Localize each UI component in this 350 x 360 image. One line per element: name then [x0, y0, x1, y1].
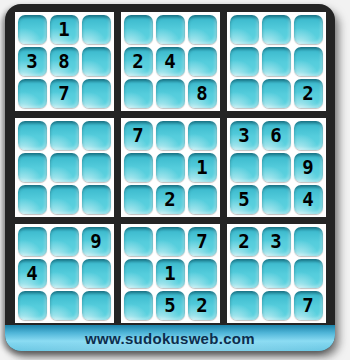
cell-r2c5[interactable]: 4: [156, 47, 185, 76]
sudoku-board: 1387248271236954947152237: [5, 4, 335, 323]
cell-r9c3[interactable]: [82, 291, 111, 320]
cell-r3c9[interactable]: 2: [294, 79, 323, 108]
cell-r6c4[interactable]: [124, 185, 153, 214]
cell-r5c9[interactable]: 9: [294, 153, 323, 182]
cell-r2c4[interactable]: 2: [124, 47, 153, 76]
cell-r1c7[interactable]: [230, 15, 259, 44]
cell-r1c9[interactable]: [294, 15, 323, 44]
cell-r7c5[interactable]: [156, 227, 185, 256]
block-2-2: 712: [121, 118, 220, 217]
cell-r4c2[interactable]: [50, 121, 79, 150]
cell-r9c6[interactable]: 2: [188, 291, 217, 320]
cell-r5c2[interactable]: [50, 153, 79, 182]
cell-r8c7[interactable]: [230, 259, 259, 288]
cell-r3c1[interactable]: [18, 79, 47, 108]
cell-r1c2[interactable]: 1: [50, 15, 79, 44]
cell-r3c8[interactable]: [262, 79, 291, 108]
cell-r8c1[interactable]: 4: [18, 259, 47, 288]
cell-r6c5[interactable]: 2: [156, 185, 185, 214]
cell-r1c3[interactable]: [82, 15, 111, 44]
cell-r7c1[interactable]: [18, 227, 47, 256]
cell-r1c1[interactable]: [18, 15, 47, 44]
cell-r3c3[interactable]: [82, 79, 111, 108]
cell-r5c7[interactable]: [230, 153, 259, 182]
cell-r6c6[interactable]: [188, 185, 217, 214]
cell-r6c7[interactable]: 5: [230, 185, 259, 214]
website-link[interactable]: www.sudokusweb.com: [85, 330, 255, 347]
cell-r2c8[interactable]: [262, 47, 291, 76]
cell-r4c1[interactable]: [18, 121, 47, 150]
cell-r8c3[interactable]: [82, 259, 111, 288]
cell-r8c4[interactable]: [124, 259, 153, 288]
cell-r6c9[interactable]: 4: [294, 185, 323, 214]
cell-r9c8[interactable]: [262, 291, 291, 320]
cell-r8c8[interactable]: [262, 259, 291, 288]
cell-r1c6[interactable]: [188, 15, 217, 44]
cell-r1c8[interactable]: [262, 15, 291, 44]
cell-r2c1[interactable]: 3: [18, 47, 47, 76]
cell-r6c3[interactable]: [82, 185, 111, 214]
cell-r4c7[interactable]: 3: [230, 121, 259, 150]
block-3-3: 237: [227, 224, 326, 323]
cell-r2c7[interactable]: [230, 47, 259, 76]
footer-bar: www.sudokusweb.com: [5, 325, 335, 351]
cell-r2c9[interactable]: [294, 47, 323, 76]
cell-r3c6[interactable]: 8: [188, 79, 217, 108]
cell-r7c4[interactable]: [124, 227, 153, 256]
cell-r8c6[interactable]: [188, 259, 217, 288]
block-1-3: 2: [227, 12, 326, 111]
cell-r4c9[interactable]: [294, 121, 323, 150]
block-2-1: [15, 118, 114, 217]
cell-r4c3[interactable]: [82, 121, 111, 150]
cell-r5c1[interactable]: [18, 153, 47, 182]
cell-r6c2[interactable]: [50, 185, 79, 214]
cell-r8c9[interactable]: [294, 259, 323, 288]
cell-r7c7[interactable]: 2: [230, 227, 259, 256]
cell-r1c4[interactable]: [124, 15, 153, 44]
cell-r7c3[interactable]: 9: [82, 227, 111, 256]
cell-r9c9[interactable]: 7: [294, 291, 323, 320]
cell-r4c5[interactable]: [156, 121, 185, 150]
cell-r7c2[interactable]: [50, 227, 79, 256]
cell-r9c4[interactable]: [124, 291, 153, 320]
cell-r8c2[interactable]: [50, 259, 79, 288]
cell-r2c6[interactable]: [188, 47, 217, 76]
block-3-1: 94: [15, 224, 114, 323]
cell-r7c8[interactable]: 3: [262, 227, 291, 256]
block-3-2: 7152: [121, 224, 220, 323]
cell-r6c1[interactable]: [18, 185, 47, 214]
sudoku-widget: 1387248271236954947152237 www.sudokusweb…: [5, 4, 335, 351]
cell-r9c7[interactable]: [230, 291, 259, 320]
cell-r3c7[interactable]: [230, 79, 259, 108]
cell-r1c5[interactable]: [156, 15, 185, 44]
block-2-3: 36954: [227, 118, 326, 217]
cell-r9c2[interactable]: [50, 291, 79, 320]
cell-r5c4[interactable]: [124, 153, 153, 182]
cell-r2c3[interactable]: [82, 47, 111, 76]
cell-r6c8[interactable]: [262, 185, 291, 214]
cell-r8c5[interactable]: 1: [156, 259, 185, 288]
cell-r3c2[interactable]: 7: [50, 79, 79, 108]
block-1-2: 248: [121, 12, 220, 111]
cell-r4c4[interactable]: 7: [124, 121, 153, 150]
cell-r2c2[interactable]: 8: [50, 47, 79, 76]
cell-r7c9[interactable]: [294, 227, 323, 256]
cell-r3c4[interactable]: [124, 79, 153, 108]
cell-r5c5[interactable]: [156, 153, 185, 182]
cell-r5c3[interactable]: [82, 153, 111, 182]
cell-r4c8[interactable]: 6: [262, 121, 291, 150]
cell-r7c6[interactable]: 7: [188, 227, 217, 256]
cell-r4c6[interactable]: [188, 121, 217, 150]
cell-r3c5[interactable]: [156, 79, 185, 108]
cell-r9c5[interactable]: 5: [156, 291, 185, 320]
cell-r5c6[interactable]: 1: [188, 153, 217, 182]
block-1-1: 1387: [15, 12, 114, 111]
cell-r5c8[interactable]: [262, 153, 291, 182]
cell-r9c1[interactable]: [18, 291, 47, 320]
